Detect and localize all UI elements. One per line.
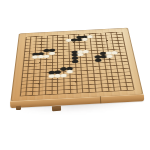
board-foot-center bbox=[52, 106, 61, 111]
intersection bbox=[130, 88, 137, 92]
go-board-product-photo: ●●●●●●●●●●●●●●●●●●●●●●●●●●●●●●●●●●●●● bbox=[0, 0, 150, 150]
fold-seam bbox=[100, 96, 101, 103]
board-foot-left bbox=[16, 105, 21, 109]
board-grid: ●●●●●●●●●●●●●●●●●●●●●●●●●●●●●●●●●●●●● bbox=[16, 30, 137, 98]
go-board: ●●●●●●●●●●●●●●●●●●●●●●●●●●●●●●●●●●●●● bbox=[10, 28, 143, 102]
